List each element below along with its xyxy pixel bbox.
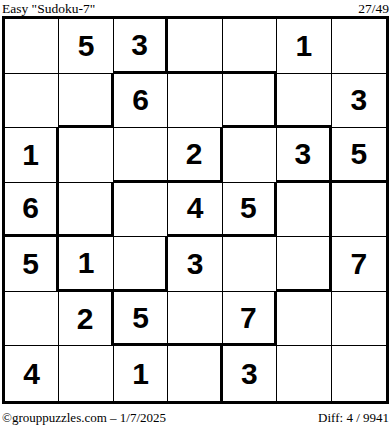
cell-r2c5[interactable] bbox=[223, 74, 277, 129]
cell-r6c4[interactable] bbox=[168, 292, 222, 347]
cell-r7c6[interactable] bbox=[277, 346, 331, 401]
cell-r2c3: 6 bbox=[114, 74, 168, 129]
cell-r4c3[interactable] bbox=[114, 183, 168, 238]
cell-r7c1: 4 bbox=[5, 346, 59, 401]
puzzle-counter: 27/49 bbox=[358, 2, 389, 15]
cell-r1c4[interactable] bbox=[168, 19, 222, 74]
cell-r6c6[interactable] bbox=[277, 292, 331, 347]
cell-r7c5: 3 bbox=[223, 346, 277, 401]
cell-r6c1[interactable] bbox=[5, 292, 59, 347]
puzzle-title: Easy "Sudoku-7" bbox=[2, 2, 95, 15]
difficulty-text: Diff: 4 / 9941 bbox=[318, 410, 389, 426]
puzzle-page: Easy "Sudoku-7" 27/49 531631235645513725… bbox=[0, 0, 391, 426]
cell-r2c6[interactable] bbox=[277, 74, 331, 129]
cell-r6c7[interactable] bbox=[332, 292, 386, 347]
puzzle-header: Easy "Sudoku-7" 27/49 bbox=[0, 0, 391, 16]
cell-r3c3[interactable] bbox=[114, 128, 168, 183]
cell-r4c6[interactable] bbox=[277, 183, 331, 238]
cell-r7c4[interactable] bbox=[168, 346, 222, 401]
cell-r3c1: 1 bbox=[5, 128, 59, 183]
cell-r7c2[interactable] bbox=[59, 346, 113, 401]
cell-r2c4[interactable] bbox=[168, 74, 222, 129]
cell-r1c1[interactable] bbox=[5, 19, 59, 74]
cell-r6c5: 7 bbox=[223, 292, 277, 347]
cell-r7c3: 1 bbox=[114, 346, 168, 401]
cell-r6c2: 2 bbox=[59, 292, 113, 347]
cell-r4c4: 4 bbox=[168, 183, 222, 238]
cell-r5c5[interactable] bbox=[223, 237, 277, 292]
cell-r3c4: 2 bbox=[168, 128, 222, 183]
cell-r1c3: 3 bbox=[114, 19, 168, 74]
cell-r3c7: 5 bbox=[332, 128, 386, 183]
cell-r6c3: 5 bbox=[114, 292, 168, 347]
cell-r3c6: 3 bbox=[277, 128, 331, 183]
cell-r7c7[interactable] bbox=[332, 346, 386, 401]
cell-r5c6[interactable] bbox=[277, 237, 331, 292]
puzzle-footer: ©grouppuzzles.com – 1/7/2025 Diff: 4 / 9… bbox=[0, 404, 391, 426]
cell-r1c6: 1 bbox=[277, 19, 331, 74]
cell-r2c1[interactable] bbox=[5, 74, 59, 129]
cell-r4c1: 6 bbox=[5, 183, 59, 238]
cell-r2c2[interactable] bbox=[59, 74, 113, 129]
cell-r3c2[interactable] bbox=[59, 128, 113, 183]
cell-r2c7: 3 bbox=[332, 74, 386, 129]
cell-r5c7: 7 bbox=[332, 237, 386, 292]
cell-r5c1: 5 bbox=[5, 237, 59, 292]
sudoku-board: 5316312356455137257413 bbox=[2, 16, 389, 404]
cell-r1c5[interactable] bbox=[223, 19, 277, 74]
cell-r5c4: 3 bbox=[168, 237, 222, 292]
cell-r1c7[interactable] bbox=[332, 19, 386, 74]
cell-r4c2[interactable] bbox=[59, 183, 113, 238]
cell-r4c7[interactable] bbox=[332, 183, 386, 238]
cell-r5c3[interactable] bbox=[114, 237, 168, 292]
cell-r5c2: 1 bbox=[59, 237, 113, 292]
cell-r1c2: 5 bbox=[59, 19, 113, 74]
copyright-text: ©grouppuzzles.com – 1/7/2025 bbox=[2, 410, 166, 426]
cell-r3c5[interactable] bbox=[223, 128, 277, 183]
cell-r4c5: 5 bbox=[223, 183, 277, 238]
